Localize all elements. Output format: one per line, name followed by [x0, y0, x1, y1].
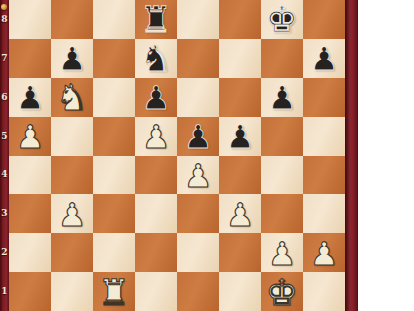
- square-b6[interactable]: ♞: [51, 78, 93, 117]
- rank-label-3: 3: [0, 194, 9, 233]
- square-f2[interactable]: [219, 233, 261, 272]
- piece-white-pawn[interactable]: ♟: [142, 121, 171, 153]
- square-e7[interactable]: [177, 39, 219, 78]
- piece-white-pawn[interactable]: ♟: [16, 121, 45, 153]
- square-f1[interactable]: [219, 272, 261, 311]
- square-c5[interactable]: [93, 117, 135, 156]
- piece-black-pawn[interactable]: ♟: [310, 43, 339, 75]
- square-e2[interactable]: [177, 233, 219, 272]
- rank-label-strip: 87654321: [0, 0, 9, 311]
- square-a2[interactable]: [9, 233, 51, 272]
- square-a7[interactable]: [9, 39, 51, 78]
- piece-black-pawn[interactable]: ♟: [142, 82, 171, 114]
- square-d8[interactable]: ♜: [135, 0, 177, 39]
- square-b8[interactable]: [51, 0, 93, 39]
- piece-black-pawn[interactable]: ♟: [226, 121, 255, 153]
- square-d5[interactable]: ♟: [135, 117, 177, 156]
- square-c7[interactable]: [93, 39, 135, 78]
- square-e4[interactable]: ♟: [177, 156, 219, 195]
- square-h1[interactable]: [303, 272, 345, 311]
- piece-white-pawn[interactable]: ♟: [58, 199, 87, 231]
- piece-black-pawn[interactable]: ♟: [16, 82, 45, 114]
- rank-label-6: 6: [0, 78, 9, 117]
- square-f4[interactable]: [219, 156, 261, 195]
- piece-white-knight[interactable]: ♞: [56, 80, 88, 116]
- square-a6[interactable]: ♟: [9, 78, 51, 117]
- rank-label-2: 2: [0, 233, 9, 272]
- square-f6[interactable]: [219, 78, 261, 117]
- piece-black-king[interactable]: ♚: [266, 2, 298, 38]
- square-e8[interactable]: [177, 0, 219, 39]
- square-g2[interactable]: ♟: [261, 233, 303, 272]
- square-g6[interactable]: ♟: [261, 78, 303, 117]
- piece-white-king[interactable]: ♚: [266, 275, 298, 311]
- square-e1[interactable]: [177, 272, 219, 311]
- square-e5[interactable]: ♟: [177, 117, 219, 156]
- square-b5[interactable]: [51, 117, 93, 156]
- square-h5[interactable]: [303, 117, 345, 156]
- rank-label-4: 4: [0, 156, 9, 195]
- piece-black-pawn[interactable]: ♟: [184, 121, 213, 153]
- square-c3[interactable]: [93, 194, 135, 233]
- square-h8[interactable]: [303, 0, 345, 39]
- rank-label-5: 5: [0, 117, 9, 156]
- square-g7[interactable]: [261, 39, 303, 78]
- piece-white-pawn[interactable]: ♟: [184, 160, 213, 192]
- square-b1[interactable]: [51, 272, 93, 311]
- square-d1[interactable]: [135, 272, 177, 311]
- square-g3[interactable]: [261, 194, 303, 233]
- piece-black-rook[interactable]: ♜: [140, 2, 172, 38]
- piece-white-pawn[interactable]: ♟: [268, 238, 297, 270]
- square-c1[interactable]: ♜: [93, 272, 135, 311]
- chess-app-window: 87654321 ♜♚♟♞♟♟♞♟♟♟♟♟♟♟♟♟♟♟♜♚: [0, 0, 414, 311]
- square-c4[interactable]: [93, 156, 135, 195]
- square-a1[interactable]: [9, 272, 51, 311]
- square-d7[interactable]: ♞: [135, 39, 177, 78]
- square-e3[interactable]: [177, 194, 219, 233]
- square-h2[interactable]: ♟: [303, 233, 345, 272]
- right-background-margin: [358, 0, 414, 311]
- square-h4[interactable]: [303, 156, 345, 195]
- piece-white-pawn[interactable]: ♟: [310, 238, 339, 270]
- square-e6[interactable]: [177, 78, 219, 117]
- rank-label-8: 8: [0, 0, 9, 39]
- square-d4[interactable]: [135, 156, 177, 195]
- square-a5[interactable]: ♟: [9, 117, 51, 156]
- square-g1[interactable]: ♚: [261, 272, 303, 311]
- board-frame-right: [345, 0, 358, 311]
- square-d3[interactable]: [135, 194, 177, 233]
- square-c6[interactable]: [93, 78, 135, 117]
- rank-label-7: 7: [0, 39, 9, 78]
- square-d2[interactable]: [135, 233, 177, 272]
- square-g8[interactable]: ♚: [261, 0, 303, 39]
- square-c2[interactable]: [93, 233, 135, 272]
- square-g4[interactable]: [261, 156, 303, 195]
- square-h3[interactable]: [303, 194, 345, 233]
- square-b7[interactable]: ♟: [51, 39, 93, 78]
- square-f5[interactable]: ♟: [219, 117, 261, 156]
- square-b3[interactable]: ♟: [51, 194, 93, 233]
- square-d6[interactable]: ♟: [135, 78, 177, 117]
- rank-label-1: 1: [0, 272, 9, 311]
- square-a4[interactable]: [9, 156, 51, 195]
- square-h6[interactable]: [303, 78, 345, 117]
- piece-black-pawn[interactable]: ♟: [268, 82, 297, 114]
- square-c8[interactable]: [93, 0, 135, 39]
- chess-board: ♜♚♟♞♟♟♞♟♟♟♟♟♟♟♟♟♟♟♜♚: [9, 0, 345, 311]
- square-f7[interactable]: [219, 39, 261, 78]
- square-h7[interactable]: ♟: [303, 39, 345, 78]
- square-g5[interactable]: [261, 117, 303, 156]
- piece-black-pawn[interactable]: ♟: [58, 43, 87, 75]
- square-f8[interactable]: [219, 0, 261, 39]
- piece-white-rook[interactable]: ♜: [98, 275, 130, 311]
- square-b4[interactable]: [51, 156, 93, 195]
- square-a8[interactable]: [9, 0, 51, 39]
- piece-white-pawn[interactable]: ♟: [226, 199, 255, 231]
- piece-black-knight[interactable]: ♞: [140, 41, 172, 77]
- square-b2[interactable]: [51, 233, 93, 272]
- square-a3[interactable]: [9, 194, 51, 233]
- square-f3[interactable]: ♟: [219, 194, 261, 233]
